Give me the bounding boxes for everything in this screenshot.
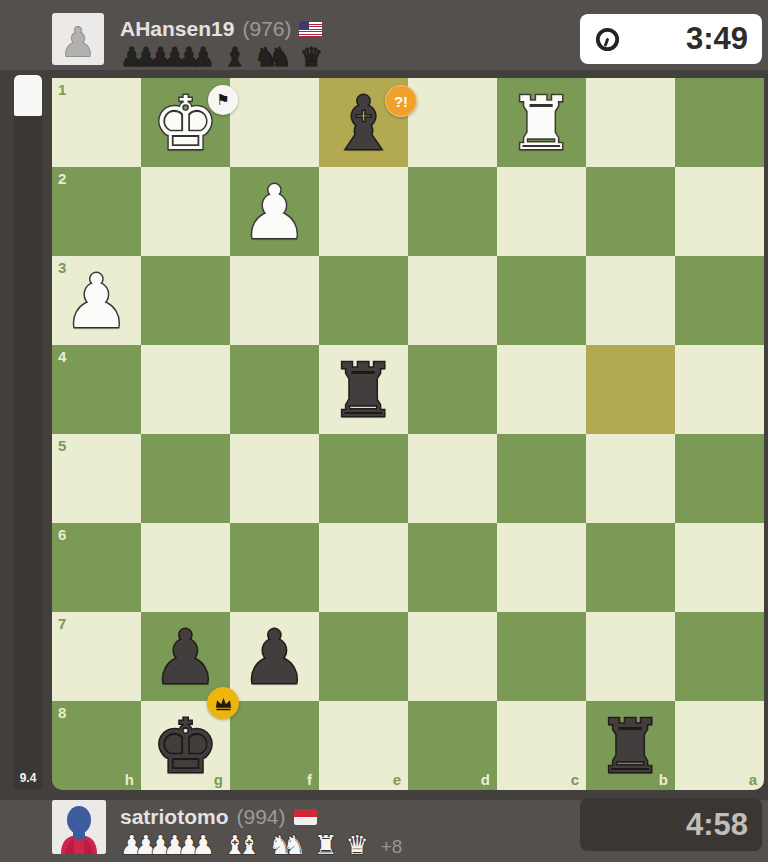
square-d8[interactable]: d	[408, 701, 497, 790]
square-e1[interactable]: ♝?!	[319, 78, 408, 167]
top-clock-time: 3:49	[686, 21, 748, 57]
black-pawn[interactable]: ♟	[230, 612, 319, 701]
square-g3[interactable]	[141, 256, 230, 345]
us-flag-icon	[299, 21, 322, 37]
square-h8[interactable]: 8h	[52, 701, 141, 790]
file-label-f: f	[307, 771, 312, 788]
captured-white-rook: ♜	[314, 832, 337, 858]
square-d7[interactable]	[408, 612, 497, 701]
square-b5[interactable]	[586, 434, 675, 523]
bottom-player-name: satriotomo	[120, 805, 229, 829]
white-rook[interactable]: ♜	[497, 78, 586, 167]
square-h2[interactable]: 2	[52, 167, 141, 256]
top-player-clock: 3:49	[580, 14, 762, 64]
top-player-name: AHansen19	[120, 17, 234, 41]
top-player-rating: (976)	[242, 17, 291, 41]
square-g6[interactable]	[141, 523, 230, 612]
square-c6[interactable]	[497, 523, 586, 612]
square-b8[interactable]: b♜	[586, 701, 675, 790]
square-f3[interactable]	[230, 256, 319, 345]
chess-app: ♟ AHansen19 (976) ♟♟♟♟♟♟♝♞♞♛ 3:49 9.4 1♚…	[0, 0, 768, 862]
square-f5[interactable]	[230, 434, 319, 523]
square-b2[interactable]	[586, 167, 675, 256]
square-g8[interactable]: g♚	[141, 701, 230, 790]
square-b1[interactable]	[586, 78, 675, 167]
square-e2[interactable]	[319, 167, 408, 256]
captured-white-knight: ♞	[283, 832, 306, 858]
square-d6[interactable]	[408, 523, 497, 612]
board-section: 9.4 1♚⚑♝?!♜2♟3♟4♜567♟♟8hg♚fedcb♜a	[0, 70, 768, 800]
bottom-player-name-row[interactable]: satriotomo (994)	[120, 804, 317, 830]
square-c8[interactable]: c	[497, 701, 586, 790]
square-h7[interactable]: 7	[52, 612, 141, 701]
bottom-captured-pieces: ♟♟♟♟♟♟♝♝♞♞♜♛+8	[120, 830, 402, 858]
top-captured-pieces: ♟♟♟♟♟♟♝♞♞♛	[120, 42, 331, 70]
winner-badge	[207, 687, 239, 719]
chess-board[interactable]: 1♚⚑♝?!♜2♟3♟4♜567♟♟8hg♚fedcb♜a	[52, 78, 764, 790]
square-a5[interactable]	[675, 434, 764, 523]
square-f8[interactable]: f	[230, 701, 319, 790]
square-h4[interactable]: 4	[52, 345, 141, 434]
square-a6[interactable]	[675, 523, 764, 612]
black-rook[interactable]: ♜	[319, 345, 408, 434]
square-g5[interactable]	[141, 434, 230, 523]
square-g4[interactable]	[141, 345, 230, 434]
square-d5[interactable]	[408, 434, 497, 523]
square-e6[interactable]	[319, 523, 408, 612]
captured-white-bishop: ♝	[237, 832, 260, 858]
rank-label-4: 4	[58, 348, 66, 365]
square-e4[interactable]: ♜	[319, 345, 408, 434]
square-d3[interactable]	[408, 256, 497, 345]
bottom-player-clock: 4:58	[580, 798, 762, 851]
clock-icon	[594, 26, 621, 53]
square-e5[interactable]	[319, 434, 408, 523]
square-c3[interactable]	[497, 256, 586, 345]
inaccuracy-badge: ?!	[385, 85, 417, 117]
square-a4[interactable]	[675, 345, 764, 434]
avatar-pawn-icon: ♟	[60, 22, 96, 62]
square-f1[interactable]	[230, 78, 319, 167]
black-rook[interactable]: ♜	[586, 701, 675, 790]
captured-white-queen: ♛	[345, 832, 368, 858]
captured-black-knight: ♞	[269, 44, 292, 70]
captured-white-bishop-group: ♝♝	[223, 832, 261, 858]
square-f4[interactable]	[230, 345, 319, 434]
captured-white-rook-group: ♜	[314, 832, 337, 858]
file-label-a: a	[749, 771, 757, 788]
square-e3[interactable]	[319, 256, 408, 345]
square-f6[interactable]	[230, 523, 319, 612]
square-a1[interactable]	[675, 78, 764, 167]
flag-badge: ⚑	[208, 85, 238, 115]
top-player-avatar[interactable]: ♟	[52, 13, 104, 65]
bottom-clock-time: 4:58	[686, 807, 748, 843]
player-bar-top: ♟ AHansen19 (976) ♟♟♟♟♟♟♝♞♞♛ 3:49	[0, 0, 768, 70]
square-d1[interactable]	[408, 78, 497, 167]
square-h3[interactable]: 3♟	[52, 256, 141, 345]
square-d4[interactable]	[408, 345, 497, 434]
square-c4[interactable]	[497, 345, 586, 434]
square-e7[interactable]	[319, 612, 408, 701]
file-label-h: h	[125, 771, 134, 788]
file-label-d: d	[481, 771, 490, 788]
file-label-e: e	[393, 771, 401, 788]
square-h1[interactable]: 1	[52, 78, 141, 167]
file-label-c: c	[571, 771, 579, 788]
rank-label-8: 8	[58, 704, 66, 721]
rank-label-6: 6	[58, 526, 66, 543]
rank-label-1: 1	[58, 81, 66, 98]
captured-white-queen-group: ♛	[345, 832, 368, 858]
captured-black-pawn-group: ♟♟♟♟♟♟	[120, 44, 215, 70]
captured-black-pawn: ♟	[192, 44, 215, 70]
captured-black-queen: ♛	[300, 44, 323, 70]
square-h6[interactable]: 6	[52, 523, 141, 612]
captured-black-queen-group: ♛	[300, 44, 323, 70]
captured-black-bishop: ♝	[223, 44, 246, 70]
square-a2[interactable]	[675, 167, 764, 256]
square-b3[interactable]	[586, 256, 675, 345]
square-c2[interactable]	[497, 167, 586, 256]
rank-label-2: 2	[58, 170, 66, 187]
square-a8[interactable]: a	[675, 701, 764, 790]
top-player-name-row[interactable]: AHansen19 (976)	[120, 16, 322, 42]
square-e8[interactable]: e	[319, 701, 408, 790]
evaluation-score: 9.4	[14, 771, 42, 785]
square-f2[interactable]: ♟	[230, 167, 319, 256]
crown-icon	[214, 696, 233, 711]
square-g2[interactable]	[141, 167, 230, 256]
square-b7[interactable]	[586, 612, 675, 701]
square-d2[interactable]	[408, 167, 497, 256]
square-f7[interactable]: ♟	[230, 612, 319, 701]
material-advantage: +8	[381, 830, 403, 858]
white-pawn[interactable]: ♟	[230, 167, 319, 256]
square-c7[interactable]	[497, 612, 586, 701]
captured-black-knight-group: ♞♞	[254, 44, 292, 70]
evaluation-bar: 9.4	[14, 75, 42, 790]
square-c5[interactable]	[497, 434, 586, 523]
captured-white-pawn-group: ♟♟♟♟♟♟	[120, 832, 215, 858]
captured-black-bishop-group: ♝	[223, 44, 246, 70]
rank-label-7: 7	[58, 615, 66, 632]
square-a3[interactable]	[675, 256, 764, 345]
square-h5[interactable]: 5	[52, 434, 141, 523]
rank-label-5: 5	[58, 437, 66, 454]
captured-white-knight-group: ♞♞	[269, 832, 307, 858]
white-pawn[interactable]: ♟	[52, 256, 141, 345]
captured-white-pawn: ♟	[192, 832, 215, 858]
evaluation-bar-white-portion	[14, 75, 42, 116]
person-avatar-image	[52, 800, 106, 854]
square-a7[interactable]	[675, 612, 764, 701]
square-g1[interactable]: ♚⚑	[141, 78, 230, 167]
square-b4[interactable]	[586, 345, 675, 434]
bottom-player-rating: (994)	[237, 805, 286, 829]
square-b6[interactable]	[586, 523, 675, 612]
indonesia-flag-icon	[294, 809, 317, 825]
square-c1[interactable]: ♜	[497, 78, 586, 167]
bottom-player-avatar[interactable]	[52, 800, 106, 854]
